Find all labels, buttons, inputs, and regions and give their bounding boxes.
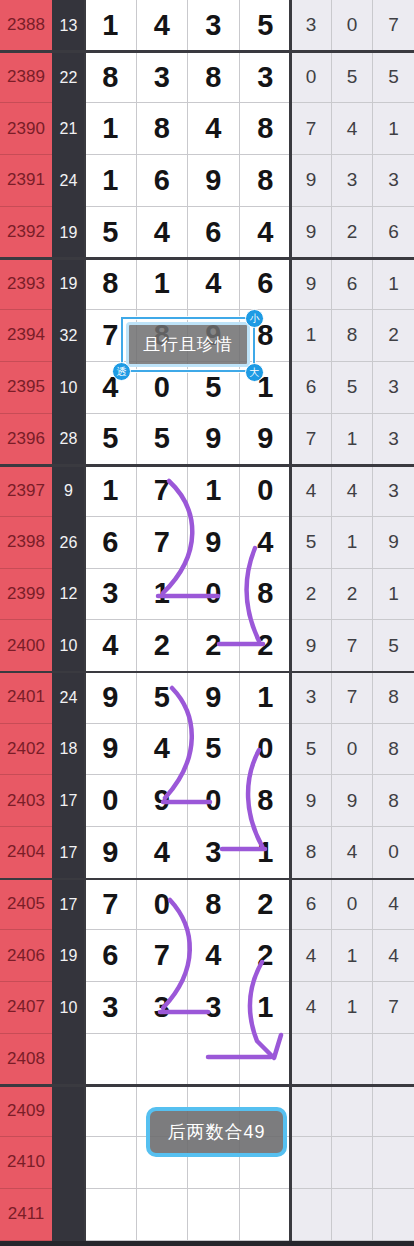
- period-cell: 2392: [0, 207, 52, 259]
- group-separator-line: [0, 671, 414, 674]
- digit-cell: 4: [85, 620, 137, 672]
- sum-cell: [52, 1189, 85, 1241]
- chart-row: 2390211848741: [0, 103, 414, 155]
- tail-digit-cell: 9: [373, 517, 414, 569]
- period-cell: 2396: [0, 414, 52, 466]
- tail-digit-cell: 3: [291, 0, 332, 52]
- tail-digit-cell: [332, 1137, 373, 1189]
- digit-cell: 3: [240, 52, 292, 104]
- tail-digit-cell: 1: [332, 982, 373, 1034]
- digit-cell: 2: [188, 620, 240, 672]
- digit-cell: 4: [188, 258, 240, 310]
- period-cell: 2406: [0, 930, 52, 982]
- tail-digit-cell: [291, 1189, 332, 1241]
- tail-digit-cell: [373, 1137, 414, 1189]
- annotation-note-text: 且行且珍惜: [143, 333, 233, 356]
- tail-digit-cell: 4: [291, 982, 332, 1034]
- digit-cell: 1: [85, 155, 137, 207]
- tail-digit-cell: 1: [373, 258, 414, 310]
- sum-cell: 17: [52, 827, 85, 879]
- tail-digit-cell: 4: [332, 465, 373, 517]
- tail-digit-cell: 7: [332, 620, 373, 672]
- chart-row: 2396285599713: [0, 414, 414, 466]
- digit-cell: 3: [85, 982, 137, 1034]
- digit-cell: 5: [85, 414, 137, 466]
- digit-cell: 5: [240, 0, 292, 52]
- digit-cell: 2: [137, 620, 189, 672]
- digit-cell: 0: [137, 879, 189, 931]
- tail-digit-cell: [373, 1034, 414, 1086]
- tail-digit-cell: 0: [332, 724, 373, 776]
- sum-cell: 24: [52, 155, 85, 207]
- tail-digit-cell: 7: [291, 414, 332, 466]
- period-cell: 2395: [0, 362, 52, 414]
- tail-digit-cell: 2: [332, 569, 373, 621]
- digit-cell: 0: [188, 569, 240, 621]
- digit-cell: 6: [85, 930, 137, 982]
- digit-cell: 7: [85, 879, 137, 931]
- period-cell: 2411: [0, 1189, 52, 1241]
- period-cell: 2393: [0, 258, 52, 310]
- digit-cell: 4: [137, 207, 189, 259]
- digit-cell: 4: [137, 827, 189, 879]
- sum-cell: 24: [52, 672, 85, 724]
- period-cell: 2397: [0, 465, 52, 517]
- digit-cell: 3: [137, 982, 189, 1034]
- sum-cell: 19: [52, 930, 85, 982]
- sum-cell: 10: [52, 982, 85, 1034]
- group-separator-line: [0, 1084, 414, 1087]
- period-cell: 2401: [0, 672, 52, 724]
- tail-digit-cell: 4: [373, 930, 414, 982]
- digit-cell: 8: [85, 258, 137, 310]
- sum-cell: 28: [52, 414, 85, 466]
- sum-cell: 10: [52, 362, 85, 414]
- tail-digit-cell: 3: [373, 155, 414, 207]
- digit-cell: 3: [188, 827, 240, 879]
- period-cell: 2404: [0, 827, 52, 879]
- lottery-trend-chart: 2388131435307238922838305523902118487412…: [0, 0, 414, 1246]
- period-cell: 2390: [0, 103, 52, 155]
- digit-cell: 1: [137, 258, 189, 310]
- chart-row: 2403170908998: [0, 775, 414, 827]
- tail-digit-cell: 7: [373, 982, 414, 1034]
- tail-digit-cell: [373, 1085, 414, 1137]
- chart-row: 2405177082604: [0, 879, 414, 931]
- tail-digit-cell: 7: [373, 0, 414, 52]
- digit-cell: 8: [188, 52, 240, 104]
- digit-cell: 2: [240, 930, 292, 982]
- digit-cell: 8: [137, 103, 189, 155]
- period-cell: 2391: [0, 155, 52, 207]
- period-cell: 2400: [0, 620, 52, 672]
- tail-digit-cell: 5: [332, 52, 373, 104]
- tail-digit-cell: 1: [373, 103, 414, 155]
- period-cell: 2409: [0, 1085, 52, 1137]
- digit-cell: [85, 1085, 137, 1137]
- tail-digit-cell: 3: [332, 155, 373, 207]
- tail-digit-cell: 3: [373, 465, 414, 517]
- digit-cell: 1: [85, 465, 137, 517]
- digit-cell: [188, 1034, 240, 1086]
- sum-cell: 10: [52, 620, 85, 672]
- digit-cell: 7: [137, 517, 189, 569]
- digit-cell: 7: [137, 930, 189, 982]
- chart-row: 2388131435307: [0, 0, 414, 52]
- period-cell: 2403: [0, 775, 52, 827]
- chart-row: 2389228383055: [0, 52, 414, 104]
- number-grid: 2388131435307238922838305523902118487412…: [0, 0, 414, 1241]
- sum-cell: [52, 1137, 85, 1189]
- tail-digit-cell: 4: [332, 827, 373, 879]
- tail-digit-cell: 8: [373, 724, 414, 776]
- tail-digit-cell: [332, 1189, 373, 1241]
- tail-digit-cell: 6: [332, 258, 373, 310]
- sum-cell: 17: [52, 879, 85, 931]
- digit-cell: [85, 1189, 137, 1241]
- tail-digit-cell: 7: [291, 103, 332, 155]
- tail-digit-cell: 6: [291, 362, 332, 414]
- digit-cell: [137, 1189, 189, 1241]
- resize-small-handle[interactable]: 小: [245, 309, 264, 328]
- digit-cell: [85, 1137, 137, 1189]
- digit-cell: 8: [240, 775, 292, 827]
- sum-prediction-note-text: 后两数合49: [167, 1120, 265, 1144]
- sum-cell: 26: [52, 517, 85, 569]
- tail-digit-cell: 2: [373, 310, 414, 362]
- period-cell: 2402: [0, 724, 52, 776]
- digit-cell: 8: [240, 155, 292, 207]
- tail-digit-cell: 5: [373, 52, 414, 104]
- tail-digit-cell: [291, 1085, 332, 1137]
- digit-cell: 6: [85, 517, 137, 569]
- digit-cell: 0: [188, 775, 240, 827]
- digit-cell: 6: [137, 155, 189, 207]
- tail-digit-cell: 5: [291, 517, 332, 569]
- tail-digit-cell: 4: [373, 879, 414, 931]
- tail-digit-cell: 5: [291, 724, 332, 776]
- sum-cell: 12: [52, 569, 85, 621]
- digit-cell: 0: [240, 465, 292, 517]
- tail-digit-cell: 6: [291, 879, 332, 931]
- digit-cell: 8: [188, 879, 240, 931]
- digit-cell: 9: [137, 775, 189, 827]
- digit-cell: 1: [188, 465, 240, 517]
- tail-digit-cell: 7: [332, 672, 373, 724]
- digit-cell: 9: [188, 672, 240, 724]
- period-cell: 2410: [0, 1137, 52, 1189]
- digit-cell: 7: [137, 465, 189, 517]
- digit-cell: 2: [240, 620, 292, 672]
- tail-digit-cell: 9: [332, 775, 373, 827]
- tail-digit-cell: 8: [373, 775, 414, 827]
- digit-cell: [240, 1189, 292, 1241]
- tail-digit-cell: 0: [332, 879, 373, 931]
- sum-cell: 22: [52, 52, 85, 104]
- tail-digit-cell: 4: [291, 465, 332, 517]
- tail-digit-cell: 9: [291, 258, 332, 310]
- sum-cell: 21: [52, 103, 85, 155]
- digit-cell: 5: [137, 414, 189, 466]
- tail-digit-cell: 3: [373, 414, 414, 466]
- digit-cell: 0: [240, 724, 292, 776]
- digit-cell: 6: [188, 207, 240, 259]
- digit-cell: 3: [188, 0, 240, 52]
- digit-cell: 2: [240, 879, 292, 931]
- sum-cell: [52, 1034, 85, 1086]
- chart-row: 2398266794519: [0, 517, 414, 569]
- digit-cell: 1: [240, 982, 292, 1034]
- tail-digit-cell: 8: [332, 310, 373, 362]
- tail-digit-cell: 5: [332, 362, 373, 414]
- chart-row: 2392195464926: [0, 207, 414, 259]
- sum-cell: 19: [52, 207, 85, 259]
- digit-cell: 1: [240, 827, 292, 879]
- sum-cell: 13: [52, 0, 85, 52]
- annotation-note-box[interactable]: 且行且珍惜: [126, 322, 250, 367]
- tail-digit-cell: 4: [332, 103, 373, 155]
- bottom-bar: [0, 1241, 414, 1246]
- digit-cell: 0: [85, 775, 137, 827]
- digit-cell: 9: [85, 827, 137, 879]
- digit-cell: [85, 1034, 137, 1086]
- tail-digit-cell: [373, 1189, 414, 1241]
- tail-digit-cell: 9: [291, 207, 332, 259]
- digit-cell: 5: [85, 207, 137, 259]
- digit-cell: 9: [85, 724, 137, 776]
- digit-cell: 4: [188, 930, 240, 982]
- period-cell: 2405: [0, 879, 52, 931]
- tail-grid-left-border: [289, 0, 292, 1241]
- chart-row: 2391241698933: [0, 155, 414, 207]
- group-separator-line: [0, 257, 414, 260]
- tail-digit-cell: 1: [332, 517, 373, 569]
- group-separator-line: [0, 878, 414, 881]
- digit-cell: 9: [188, 155, 240, 207]
- chart-row: 2404179431840: [0, 827, 414, 879]
- tail-digit-cell: 9: [291, 775, 332, 827]
- chart-row: 2407103331417: [0, 982, 414, 1034]
- chart-row: 2393198146961: [0, 258, 414, 310]
- digit-cell: 3: [188, 982, 240, 1034]
- period-cell: 2408: [0, 1034, 52, 1086]
- main-grid-left-border: [84, 0, 86, 1241]
- tail-digit-cell: [291, 1034, 332, 1086]
- transparency-handle[interactable]: 透: [112, 362, 131, 381]
- tail-digit-cell: [332, 1034, 373, 1086]
- tail-digit-cell: 0: [291, 52, 332, 104]
- digit-cell: [188, 1189, 240, 1241]
- digit-cell: 4: [137, 724, 189, 776]
- digit-cell: 1: [137, 569, 189, 621]
- chart-row: 2399123108221: [0, 569, 414, 621]
- tail-digit-cell: 3: [373, 362, 414, 414]
- digit-cell: 1: [85, 0, 137, 52]
- tail-digit-cell: 5: [373, 620, 414, 672]
- period-cell: 2394: [0, 310, 52, 362]
- tail-digit-cell: 1: [373, 569, 414, 621]
- tail-digit-cell: 9: [291, 155, 332, 207]
- tail-digit-cell: 2: [291, 569, 332, 621]
- group-separator-line: [0, 464, 414, 467]
- period-cell: 2398: [0, 517, 52, 569]
- digit-cell: 9: [188, 414, 240, 466]
- tail-digit-cell: 1: [291, 310, 332, 362]
- digit-cell: 4: [188, 103, 240, 155]
- digit-cell: 8: [240, 103, 292, 155]
- tail-digit-cell: 0: [332, 0, 373, 52]
- digit-cell: 6: [240, 258, 292, 310]
- digit-cell: 9: [85, 672, 137, 724]
- sum-cell: 18: [52, 724, 85, 776]
- chart-row: 239791710443: [0, 465, 414, 517]
- sum-cell: [52, 1085, 85, 1137]
- chart-row: 2401249591378: [0, 672, 414, 724]
- tail-digit-cell: [291, 1137, 332, 1189]
- digit-cell: 5: [188, 724, 240, 776]
- period-cell: 2407: [0, 982, 52, 1034]
- period-cell: 2399: [0, 569, 52, 621]
- sum-cell: 17: [52, 775, 85, 827]
- tail-digit-cell: 4: [291, 930, 332, 982]
- sum-cell: 32: [52, 310, 85, 362]
- group-separator-line: [0, 50, 414, 53]
- chart-row: 2400104222975: [0, 620, 414, 672]
- digit-cell: 1: [240, 672, 292, 724]
- digit-cell: 1: [85, 103, 137, 155]
- digit-cell: 4: [240, 517, 292, 569]
- digit-cell: 9: [188, 517, 240, 569]
- digit-cell: [137, 1034, 189, 1086]
- tail-digit-cell: 1: [332, 930, 373, 982]
- digit-cell: 4: [137, 0, 189, 52]
- tail-digit-cell: 3: [291, 672, 332, 724]
- digit-cell: 4: [240, 207, 292, 259]
- tail-digit-cell: 8: [373, 672, 414, 724]
- tail-digit-cell: 1: [332, 414, 373, 466]
- digit-cell: 3: [85, 569, 137, 621]
- digit-cell: 8: [240, 569, 292, 621]
- tail-digit-cell: 6: [373, 207, 414, 259]
- sum-cell: 19: [52, 258, 85, 310]
- tail-digit-cell: [332, 1085, 373, 1137]
- tail-digit-cell: 8: [291, 827, 332, 879]
- chart-row: 2408: [0, 1034, 414, 1086]
- digit-cell: 8: [85, 52, 137, 104]
- chart-row: 2411: [0, 1189, 414, 1241]
- digit-cell: 9: [240, 414, 292, 466]
- digit-cell: 3: [137, 52, 189, 104]
- sum-prediction-note-box[interactable]: 后两数合49: [146, 1107, 287, 1157]
- resize-big-handle[interactable]: 大: [245, 363, 264, 382]
- sum-cell: 9: [52, 465, 85, 517]
- chart-row: 2402189450508: [0, 724, 414, 776]
- tail-digit-cell: 0: [373, 827, 414, 879]
- tail-digit-cell: 2: [332, 207, 373, 259]
- tail-digit-cell: 9: [291, 620, 332, 672]
- period-cell: 2389: [0, 52, 52, 104]
- chart-row: 2406196742414: [0, 930, 414, 982]
- digit-cell: [240, 1034, 292, 1086]
- digit-cell: 5: [137, 672, 189, 724]
- period-cell: 2388: [0, 0, 52, 52]
